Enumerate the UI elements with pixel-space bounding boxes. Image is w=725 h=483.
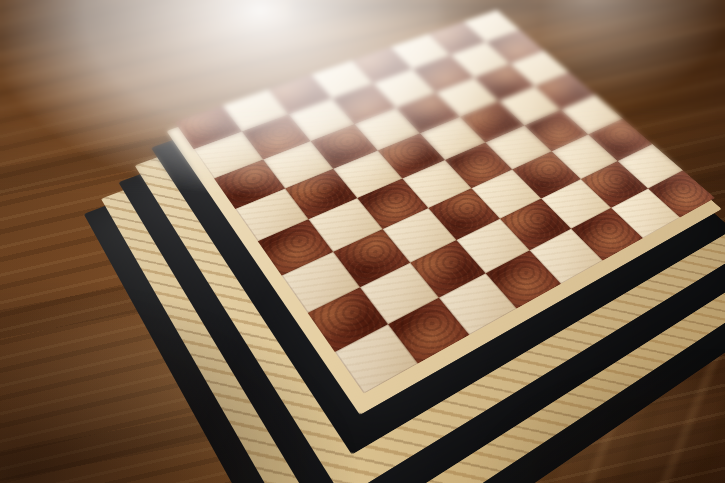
depth-of-field-blur	[0, 0, 725, 193]
photo-frame	[0, 0, 725, 483]
